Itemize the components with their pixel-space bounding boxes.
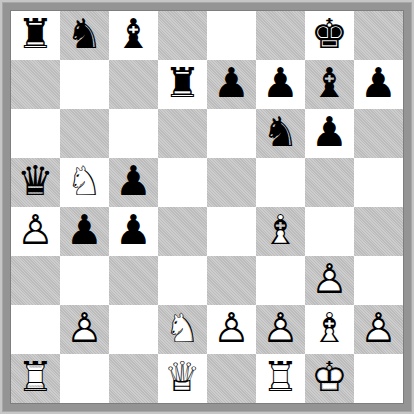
square-c3[interactable] bbox=[109, 256, 158, 305]
piece-glyph: ♞ bbox=[60, 11, 109, 60]
piece-white-rook: ♜♖ bbox=[256, 354, 305, 403]
piece-white-pawn: ♟♙ bbox=[354, 305, 403, 354]
piece-white-queen: ♛♕ bbox=[158, 354, 207, 403]
square-d4[interactable] bbox=[158, 207, 207, 256]
piece-black-rook: ♜ bbox=[158, 60, 207, 109]
square-b1[interactable] bbox=[60, 354, 109, 403]
piece-outline-layer: ♙ bbox=[60, 305, 109, 354]
square-d3[interactable] bbox=[158, 256, 207, 305]
square-g6[interactable]: ♟ bbox=[305, 109, 354, 158]
square-g3[interactable]: ♟♙ bbox=[305, 256, 354, 305]
board-frame: ♜♞♝♚♜♟♟♝♟♞♟♛♞♘♟♟♙♟♟♝♗♟♙♟♙♞♘♟♙♟♙♝♗♟♙♜♖♛♕♜… bbox=[0, 0, 414, 414]
piece-outline-layer: ♖ bbox=[256, 354, 305, 403]
square-c1[interactable] bbox=[109, 354, 158, 403]
piece-white-bishop: ♝♗ bbox=[305, 305, 354, 354]
square-c7[interactable] bbox=[109, 60, 158, 109]
piece-black-pawn: ♟ bbox=[60, 207, 109, 256]
square-e5[interactable] bbox=[207, 158, 256, 207]
square-c5[interactable]: ♟ bbox=[109, 158, 158, 207]
square-h3[interactable] bbox=[354, 256, 403, 305]
square-b5[interactable]: ♞♘ bbox=[60, 158, 109, 207]
square-b3[interactable] bbox=[60, 256, 109, 305]
piece-black-rook: ♜ bbox=[11, 11, 60, 60]
piece-black-knight: ♞ bbox=[60, 11, 109, 60]
piece-black-bishop: ♝ bbox=[109, 11, 158, 60]
piece-outline-layer: ♘ bbox=[60, 158, 109, 207]
piece-white-pawn: ♟♙ bbox=[305, 256, 354, 305]
piece-glyph: ♟ bbox=[207, 60, 256, 109]
square-a7[interactable] bbox=[11, 60, 60, 109]
piece-black-pawn: ♟ bbox=[305, 109, 354, 158]
square-d5[interactable] bbox=[158, 158, 207, 207]
square-c6[interactable] bbox=[109, 109, 158, 158]
square-h4[interactable] bbox=[354, 207, 403, 256]
square-b6[interactable] bbox=[60, 109, 109, 158]
piece-white-rook: ♜♖ bbox=[11, 354, 60, 403]
piece-white-pawn: ♟♙ bbox=[256, 305, 305, 354]
square-f6[interactable]: ♞ bbox=[256, 109, 305, 158]
square-f2[interactable]: ♟♙ bbox=[256, 305, 305, 354]
piece-white-pawn: ♟♙ bbox=[11, 207, 60, 256]
piece-outline-layer: ♙ bbox=[11, 207, 60, 256]
square-g8[interactable]: ♚ bbox=[305, 11, 354, 60]
square-b2[interactable]: ♟♙ bbox=[60, 305, 109, 354]
piece-white-king: ♚♔ bbox=[305, 354, 354, 403]
piece-glyph: ♝ bbox=[109, 11, 158, 60]
square-h5[interactable] bbox=[354, 158, 403, 207]
square-d1[interactable]: ♛♕ bbox=[158, 354, 207, 403]
piece-glyph: ♜ bbox=[11, 11, 60, 60]
piece-glyph: ♟ bbox=[60, 207, 109, 256]
square-a4[interactable]: ♟♙ bbox=[11, 207, 60, 256]
piece-outline-layer: ♗ bbox=[256, 207, 305, 256]
piece-outline-layer: ♔ bbox=[305, 354, 354, 403]
square-f1[interactable]: ♜♖ bbox=[256, 354, 305, 403]
piece-black-pawn: ♟ bbox=[256, 60, 305, 109]
piece-black-queen: ♛ bbox=[11, 158, 60, 207]
piece-outline-layer: ♙ bbox=[354, 305, 403, 354]
square-e3[interactable] bbox=[207, 256, 256, 305]
square-b8[interactable]: ♞ bbox=[60, 11, 109, 60]
piece-outline-layer: ♗ bbox=[305, 305, 354, 354]
piece-glyph: ♝ bbox=[305, 60, 354, 109]
piece-outline-layer: ♘ bbox=[158, 305, 207, 354]
piece-glyph: ♟ bbox=[256, 60, 305, 109]
square-d7[interactable]: ♜ bbox=[158, 60, 207, 109]
square-h8[interactable] bbox=[354, 11, 403, 60]
square-a2[interactable] bbox=[11, 305, 60, 354]
piece-outline-layer: ♕ bbox=[158, 354, 207, 403]
square-d6[interactable] bbox=[158, 109, 207, 158]
piece-glyph: ♞ bbox=[256, 109, 305, 158]
square-e8[interactable] bbox=[207, 11, 256, 60]
piece-outline-layer: ♙ bbox=[207, 305, 256, 354]
square-g7[interactable]: ♝ bbox=[305, 60, 354, 109]
square-c4[interactable]: ♟ bbox=[109, 207, 158, 256]
piece-outline-layer: ♙ bbox=[305, 256, 354, 305]
square-f7[interactable]: ♟ bbox=[256, 60, 305, 109]
square-g4[interactable] bbox=[305, 207, 354, 256]
square-e4[interactable] bbox=[207, 207, 256, 256]
square-h7[interactable]: ♟ bbox=[354, 60, 403, 109]
piece-white-knight: ♞♘ bbox=[60, 158, 109, 207]
piece-outline-layer: ♙ bbox=[256, 305, 305, 354]
square-a8[interactable]: ♜ bbox=[11, 11, 60, 60]
piece-white-knight: ♞♘ bbox=[158, 305, 207, 354]
square-g5[interactable] bbox=[305, 158, 354, 207]
piece-glyph: ♟ bbox=[354, 60, 403, 109]
chess-board: ♜♞♝♚♜♟♟♝♟♞♟♛♞♘♟♟♙♟♟♝♗♟♙♟♙♞♘♟♙♟♙♝♗♟♙♜♖♛♕♜… bbox=[11, 11, 403, 403]
square-a3[interactable] bbox=[11, 256, 60, 305]
piece-glyph: ♚ bbox=[305, 11, 354, 60]
piece-glyph: ♟ bbox=[109, 158, 158, 207]
square-g1[interactable]: ♚♔ bbox=[305, 354, 354, 403]
piece-black-pawn: ♟ bbox=[354, 60, 403, 109]
square-e2[interactable]: ♟♙ bbox=[207, 305, 256, 354]
square-b7[interactable] bbox=[60, 60, 109, 109]
square-a6[interactable] bbox=[11, 109, 60, 158]
piece-glyph: ♟ bbox=[305, 109, 354, 158]
square-h6[interactable] bbox=[354, 109, 403, 158]
square-f5[interactable] bbox=[256, 158, 305, 207]
piece-black-pawn: ♟ bbox=[109, 207, 158, 256]
piece-black-pawn: ♟ bbox=[207, 60, 256, 109]
piece-white-pawn: ♟♙ bbox=[207, 305, 256, 354]
piece-outline-layer: ♖ bbox=[11, 354, 60, 403]
square-e1[interactable] bbox=[207, 354, 256, 403]
square-h1[interactable] bbox=[354, 354, 403, 403]
piece-white-pawn: ♟♙ bbox=[60, 305, 109, 354]
square-c2[interactable] bbox=[109, 305, 158, 354]
square-c8[interactable]: ♝ bbox=[109, 11, 158, 60]
square-e7[interactable]: ♟ bbox=[207, 60, 256, 109]
square-f4[interactable]: ♝♗ bbox=[256, 207, 305, 256]
square-a1[interactable]: ♜♖ bbox=[11, 354, 60, 403]
square-g2[interactable]: ♝♗ bbox=[305, 305, 354, 354]
piece-white-bishop: ♝♗ bbox=[256, 207, 305, 256]
square-e6[interactable] bbox=[207, 109, 256, 158]
square-b4[interactable]: ♟ bbox=[60, 207, 109, 256]
piece-black-knight: ♞ bbox=[256, 109, 305, 158]
square-a5[interactable]: ♛ bbox=[11, 158, 60, 207]
piece-black-king: ♚ bbox=[305, 11, 354, 60]
piece-black-pawn: ♟ bbox=[109, 158, 158, 207]
piece-black-bishop: ♝ bbox=[305, 60, 354, 109]
square-d8[interactable] bbox=[158, 11, 207, 60]
square-f8[interactable] bbox=[256, 11, 305, 60]
piece-glyph: ♟ bbox=[109, 207, 158, 256]
square-f3[interactable] bbox=[256, 256, 305, 305]
piece-glyph: ♜ bbox=[158, 60, 207, 109]
piece-glyph: ♛ bbox=[11, 158, 60, 207]
square-h2[interactable]: ♟♙ bbox=[354, 305, 403, 354]
square-d2[interactable]: ♞♘ bbox=[158, 305, 207, 354]
